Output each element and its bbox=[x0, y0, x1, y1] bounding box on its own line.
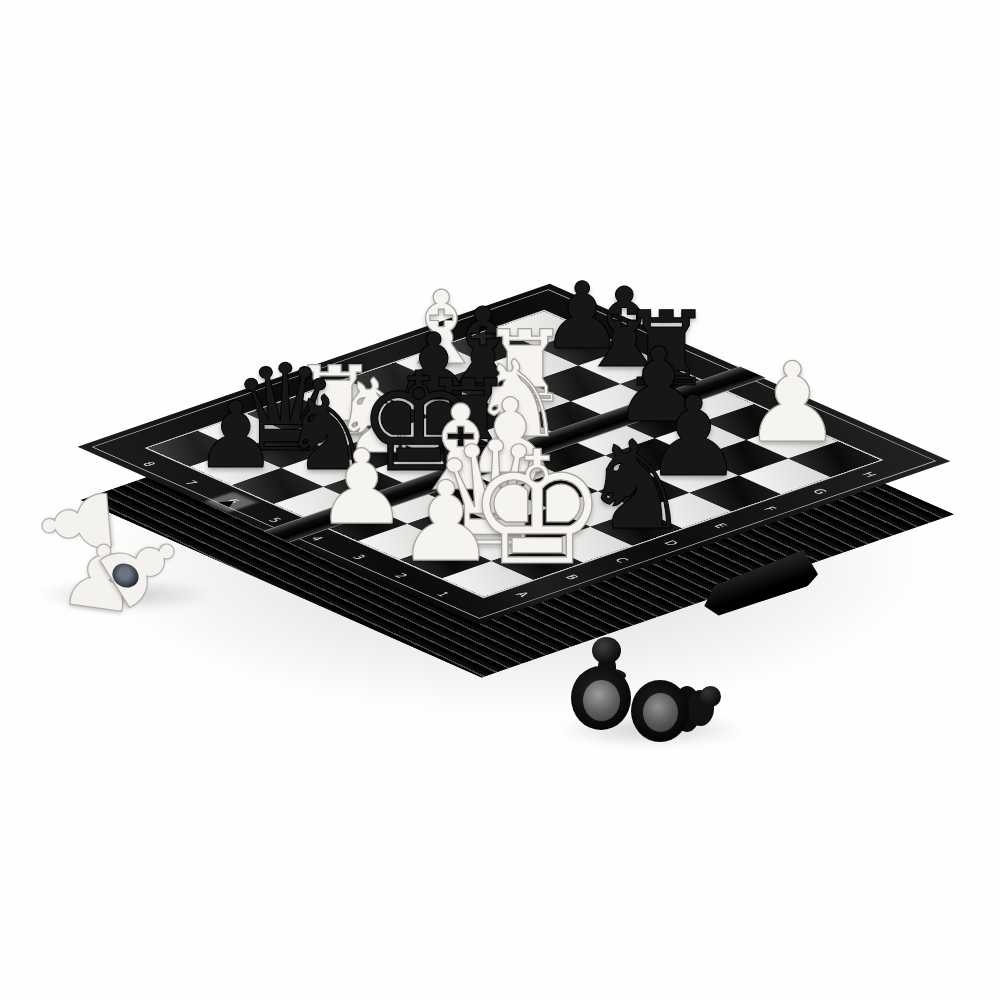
fallen-black-pawn-1-head bbox=[592, 637, 621, 664]
product-photo-scene: ABCDEFGH 12345678 ♚♛♜♜♝♝♞♞♟♟♟♟♚♛♜♜♝♝♞♞♟♟… bbox=[0, 0, 1000, 1000]
fallen-black-pawn-2-magnet bbox=[643, 693, 678, 732]
fallen-black-pawn-2-knob bbox=[700, 686, 721, 707]
fallen-black-pawn-1-magnet bbox=[583, 680, 620, 721]
